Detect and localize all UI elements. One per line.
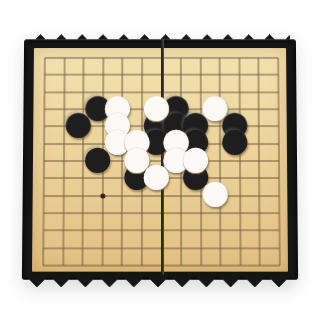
grid-line-vertical <box>62 58 64 266</box>
white-stone[interactable]: ● <box>202 92 228 118</box>
hinge-teeth-bottom <box>25 275 295 287</box>
go-set-product-photo: ●●●●●●●●●●●●●●●●●●●●●●●●● <box>0 0 320 320</box>
grid-line-vertical <box>239 58 241 266</box>
grid-line-vertical <box>43 58 46 266</box>
grid-line-vertical <box>258 58 260 266</box>
black-stone[interactable]: ● <box>65 110 91 136</box>
star-point <box>100 193 105 198</box>
grid-line-vertical <box>278 58 281 266</box>
white-stone[interactable]: ● <box>183 144 209 170</box>
white-stone[interactable]: ● <box>144 92 170 118</box>
go-board: ●●●●●●●●●●●●●●●●●●●●●●●●● <box>22 34 298 284</box>
white-stone[interactable]: ● <box>143 161 169 187</box>
board-frame: ●●●●●●●●●●●●●●●●●●●●●●●●● <box>22 39 298 280</box>
white-stone[interactable]: ● <box>202 179 228 205</box>
black-stone[interactable]: ● <box>222 127 248 153</box>
